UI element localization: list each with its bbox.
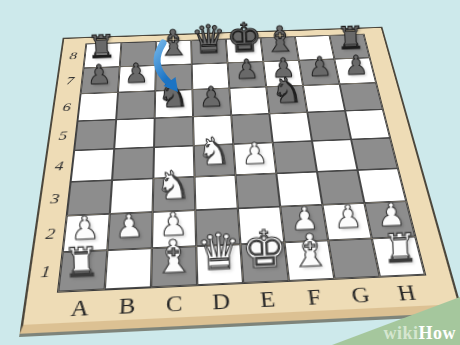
white-knight-c3: ♞ xyxy=(155,165,192,206)
square-f4 xyxy=(273,141,317,173)
square-d4: ♞ xyxy=(194,144,236,177)
square-a7: ♟ xyxy=(81,67,120,94)
black-rook-a8: ♜ xyxy=(87,31,117,63)
square-c4 xyxy=(153,146,194,179)
square-f3 xyxy=(276,172,322,207)
square-e8: ♚ xyxy=(226,38,263,63)
square-d3 xyxy=(195,175,238,210)
square-c3: ♞ xyxy=(153,177,196,212)
board-grid: ♜♝♛♚♝♜♟♟♟♟♟♟♞♟♞♞♟♞♟♟♟♟♟♟♜♝♛♚♝♜ xyxy=(58,34,425,291)
square-c2: ♟ xyxy=(152,210,196,248)
square-e2 xyxy=(238,207,285,245)
file-label-a: A xyxy=(55,289,105,323)
square-g6 xyxy=(303,84,345,112)
black-king-e8: ♚ xyxy=(225,17,262,58)
square-e3 xyxy=(235,173,280,208)
square-g5 xyxy=(307,111,351,141)
square-h7: ♟ xyxy=(334,58,376,84)
white-pawn-a2: ♟ xyxy=(70,212,100,245)
square-e7: ♟ xyxy=(228,62,267,89)
black-rook-h8: ♜ xyxy=(336,23,365,55)
square-e1: ♚ xyxy=(240,242,288,283)
square-e6 xyxy=(229,87,269,115)
square-f8: ♝ xyxy=(260,37,298,62)
square-b2: ♟ xyxy=(107,212,152,250)
square-h4 xyxy=(351,138,398,170)
file-label-g: G xyxy=(334,277,386,310)
file-label-b: B xyxy=(103,287,151,321)
square-b1 xyxy=(105,248,152,289)
square-h1: ♜ xyxy=(372,237,425,277)
square-f1: ♝ xyxy=(284,240,334,281)
square-a2: ♟ xyxy=(63,214,110,252)
square-h5 xyxy=(345,109,390,139)
square-c1: ♝ xyxy=(151,246,197,287)
white-pawn-g2: ♟ xyxy=(333,201,362,234)
rank-label-5: 5 xyxy=(48,121,77,151)
white-pawn-c2: ♟ xyxy=(158,208,188,241)
square-g3 xyxy=(317,170,364,205)
square-f2: ♟ xyxy=(280,205,328,243)
rank-label-3: 3 xyxy=(39,182,71,217)
square-b5 xyxy=(114,118,154,149)
rank-label-2: 2 xyxy=(33,216,66,254)
file-label-d: D xyxy=(197,283,245,316)
chess-board: 87654321 ♜♝♛♚♝♜♟♟♟♟♟♟♞♟♞♞♟♞♟♟♟♟♟♟♜♝♛♚♝♜ … xyxy=(20,27,460,334)
file-label-h: H xyxy=(380,275,433,308)
square-e4: ♟ xyxy=(233,143,276,176)
square-f5 xyxy=(269,112,312,142)
white-pawn-f2: ♟ xyxy=(290,203,320,236)
square-g1 xyxy=(328,238,380,278)
square-a4 xyxy=(71,149,115,182)
square-d1: ♛ xyxy=(196,244,243,285)
rank-label-4: 4 xyxy=(44,150,75,183)
square-b4 xyxy=(112,147,154,180)
square-h2: ♟ xyxy=(364,201,415,238)
square-f7: ♟ xyxy=(263,60,303,87)
file-label-c: C xyxy=(150,285,198,319)
square-a6 xyxy=(78,92,118,121)
square-g4 xyxy=(312,139,358,171)
square-b3 xyxy=(110,178,154,213)
white-pawn-h2: ♟ xyxy=(377,199,406,232)
square-d2 xyxy=(195,208,240,246)
rank-label-7: 7 xyxy=(56,68,83,95)
square-h8: ♜ xyxy=(329,34,369,59)
square-a3 xyxy=(67,180,112,216)
rank-label-1: 1 xyxy=(28,252,63,293)
square-g2: ♟ xyxy=(322,203,371,240)
move-arrow xyxy=(140,38,198,100)
square-d5 xyxy=(193,115,233,145)
square-c5 xyxy=(154,117,194,148)
square-g7: ♟ xyxy=(299,59,340,85)
black-bishop-f8: ♝ xyxy=(263,21,296,58)
square-h6 xyxy=(340,83,383,111)
square-g8 xyxy=(295,35,334,60)
square-f6: ♞ xyxy=(266,85,307,113)
watermark-wiki-text: wiki xyxy=(383,323,418,343)
white-pawn-b2: ♟ xyxy=(114,210,144,243)
rank-label-6: 6 xyxy=(52,94,80,122)
illustration-scene: 87654321 ♜♝♛♚♝♜♟♟♟♟♟♟♞♟♞♞♟♞♟♟♟♟♟♟♜♝♛♚♝♜ … xyxy=(0,0,460,345)
square-d6: ♟ xyxy=(192,88,231,116)
square-a5 xyxy=(74,120,116,151)
wikihow-watermark: wikiHow xyxy=(383,323,456,344)
square-a8: ♜ xyxy=(84,43,122,68)
watermark-how-text: How xyxy=(419,323,457,343)
file-label-e: E xyxy=(243,281,292,314)
rank-label-8: 8 xyxy=(60,44,86,69)
square-e5 xyxy=(231,114,272,144)
square-h3 xyxy=(358,168,407,203)
file-label-f: F xyxy=(289,279,340,312)
square-a1: ♜ xyxy=(58,250,107,291)
